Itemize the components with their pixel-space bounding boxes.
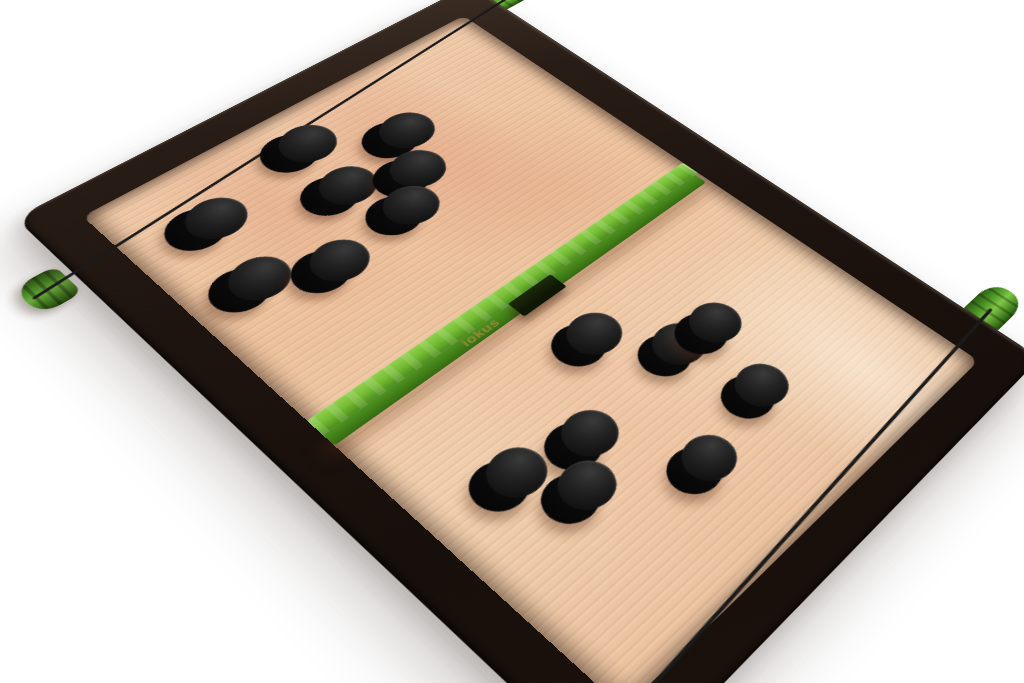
puck[interactable]: [152, 189, 259, 260]
puck[interactable]: [710, 356, 799, 428]
puck[interactable]: [278, 231, 381, 302]
passe-trappe-board: iokus: [15, 0, 1024, 683]
puck[interactable]: [196, 248, 304, 322]
pieces-layer: [15, 0, 1024, 683]
photo-stage: iokus: [0, 0, 1024, 683]
puck[interactable]: [655, 425, 749, 504]
puck[interactable]: [539, 304, 634, 376]
